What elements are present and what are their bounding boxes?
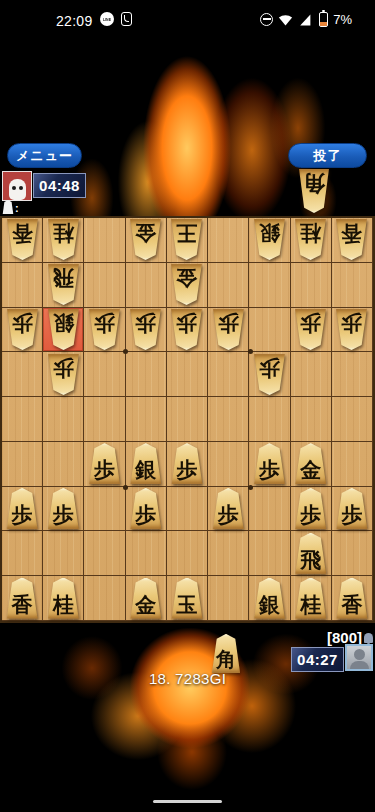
- board-cell[interactable]: [208, 397, 249, 442]
- person-icon: [354, 649, 365, 660]
- board-cell[interactable]: 歩: [2, 487, 43, 532]
- board-cell[interactable]: [84, 263, 125, 308]
- board-cell[interactable]: 歩: [249, 442, 290, 487]
- last-move-text: 18. 7283GI: [0, 670, 375, 687]
- gote-piece[interactable]: 香: [334, 219, 369, 260]
- gote-hand-piece-bishop[interactable]: 角: [297, 169, 331, 213]
- sente-clock: 04:27: [291, 647, 344, 672]
- board-cell[interactable]: [43, 397, 84, 442]
- board-cell[interactable]: [126, 531, 167, 576]
- gote-piece[interactable]: 歩: [5, 309, 40, 350]
- board-cell[interactable]: [2, 263, 43, 308]
- notification-bell-icon: [364, 633, 373, 643]
- sente-piece[interactable]: 歩: [46, 488, 81, 529]
- board-cell[interactable]: [84, 218, 125, 263]
- board-cell[interactable]: [249, 308, 290, 353]
- board-cell[interactable]: 王: [167, 218, 208, 263]
- board-cell[interactable]: 歩: [43, 487, 84, 532]
- board-cell[interactable]: 桂: [43, 218, 84, 263]
- board-cell[interactable]: [208, 263, 249, 308]
- board-cell[interactable]: [208, 576, 249, 621]
- board-cell[interactable]: [249, 487, 290, 532]
- board-cell[interactable]: 歩: [167, 308, 208, 353]
- board-cell[interactable]: 歩: [43, 352, 84, 397]
- board-cell[interactable]: 飛: [291, 531, 332, 576]
- board-cell[interactable]: 銀: [249, 218, 290, 263]
- gote-piece[interactable]: 歩: [252, 354, 287, 395]
- gote-piece[interactable]: 歩: [128, 309, 163, 350]
- sente-piece[interactable]: 玉: [169, 578, 204, 619]
- board-cell[interactable]: 香: [332, 218, 373, 263]
- star-point: [123, 349, 128, 354]
- board-cell[interactable]: [208, 218, 249, 263]
- board-cell[interactable]: 金: [167, 263, 208, 308]
- gote-piece[interactable]: 桂: [293, 219, 328, 260]
- board-cell[interactable]: [332, 397, 373, 442]
- star-point: [248, 349, 253, 354]
- sente-piece[interactable]: 金: [128, 578, 163, 619]
- gote-piece[interactable]: 銀: [46, 309, 81, 350]
- gote-piece[interactable]: 歩: [293, 309, 328, 350]
- board-cell[interactable]: 歩: [291, 308, 332, 353]
- board-cell[interactable]: [126, 397, 167, 442]
- gote-piece[interactable]: 金: [128, 219, 163, 260]
- gote-clock: 04:48: [33, 173, 86, 198]
- board-cell[interactable]: [2, 442, 43, 487]
- board-cell[interactable]: 歩: [126, 308, 167, 353]
- star-point: [123, 485, 128, 490]
- board-cell[interactable]: [2, 397, 43, 442]
- sente-piece[interactable]: 香: [5, 578, 40, 619]
- sente-piece[interactable]: 歩: [211, 488, 246, 529]
- board-cell[interactable]: 歩: [126, 487, 167, 532]
- battery-icon: [319, 12, 328, 27]
- board-cell[interactable]: [291, 397, 332, 442]
- board-cell[interactable]: 歩: [84, 442, 125, 487]
- gote-piece[interactable]: 王: [169, 219, 204, 260]
- board-cell[interactable]: [84, 397, 125, 442]
- board-cell[interactable]: 銀: [43, 308, 84, 353]
- gote-piece[interactable]: 歩: [169, 309, 204, 350]
- board-cell[interactable]: 金: [126, 218, 167, 263]
- board-cell[interactable]: [84, 487, 125, 532]
- board-cell[interactable]: [249, 263, 290, 308]
- sente-piece[interactable]: 歩: [128, 488, 163, 529]
- board-cell[interactable]: [84, 352, 125, 397]
- board-cell[interactable]: 歩: [332, 487, 373, 532]
- sente-hand-piece-bishop[interactable]: 角: [210, 634, 242, 673]
- board-cell[interactable]: [167, 352, 208, 397]
- board-cell[interactable]: [291, 352, 332, 397]
- board-cell[interactable]: 銀: [249, 576, 290, 621]
- gote-piece[interactable]: 飛: [46, 264, 81, 305]
- gote-piece[interactable]: 歩: [87, 309, 122, 350]
- battery-percent: 7%: [333, 12, 352, 27]
- board-cell[interactable]: 歩: [332, 308, 373, 353]
- board-cell[interactable]: [249, 397, 290, 442]
- sente-piece[interactable]: 香: [334, 578, 369, 619]
- board-cell[interactable]: 銀: [126, 442, 167, 487]
- board-cell[interactable]: [167, 531, 208, 576]
- gote-piece[interactable]: 歩: [46, 354, 81, 395]
- board-cell[interactable]: [208, 531, 249, 576]
- piece-icon: [2, 200, 14, 214]
- sente-piece[interactable]: 歩: [87, 443, 122, 484]
- board-cell[interactable]: 玉: [167, 576, 208, 621]
- board-cell[interactable]: 香: [2, 576, 43, 621]
- sente-piece[interactable]: 歩: [252, 443, 287, 484]
- gote-piece[interactable]: 歩: [211, 309, 246, 350]
- board-cell[interactable]: [332, 352, 373, 397]
- app-screen: 22:09 LINE 7% メニュー 投了 04:48 : 角 香桂金王銀桂香飛…: [0, 0, 375, 812]
- board-cell[interactable]: [167, 397, 208, 442]
- sente-avatar[interactable]: [345, 644, 373, 671]
- board-cell[interactable]: [249, 531, 290, 576]
- board-cell[interactable]: 香: [2, 218, 43, 263]
- star-point: [248, 485, 253, 490]
- sente-piece[interactable]: 桂: [293, 578, 328, 619]
- board-cell[interactable]: 飛: [43, 263, 84, 308]
- board-cell[interactable]: [332, 263, 373, 308]
- board-cell[interactable]: 桂: [291, 218, 332, 263]
- menu-button[interactable]: メニュー: [7, 143, 82, 168]
- board-cell[interactable]: [84, 576, 125, 621]
- board-cell[interactable]: [167, 487, 208, 532]
- sente-piece[interactable]: 飛: [293, 533, 328, 574]
- robot-face-icon: [9, 179, 26, 200]
- gote-piece[interactable]: 桂: [46, 219, 81, 260]
- sente-piece[interactable]: 歩: [169, 443, 204, 484]
- do-not-disturb-icon: [260, 13, 273, 26]
- board-cell[interactable]: [126, 352, 167, 397]
- board-cell[interactable]: [2, 352, 43, 397]
- board-cell[interactable]: [126, 263, 167, 308]
- gote-hand-label: :: [2, 200, 19, 214]
- board-cell[interactable]: 歩: [208, 308, 249, 353]
- gote-piece[interactable]: 歩: [334, 309, 369, 350]
- home-indicator[interactable]: [153, 800, 222, 803]
- sente-piece[interactable]: 桂: [46, 578, 81, 619]
- gote-piece[interactable]: 銀: [252, 219, 287, 260]
- status-bar: 22:09 LINE 7%: [0, 0, 375, 34]
- board-cell[interactable]: 香: [332, 576, 373, 621]
- sente-piece[interactable]: 歩: [293, 488, 328, 529]
- resign-button[interactable]: 投了: [288, 143, 367, 168]
- board-cell[interactable]: [332, 442, 373, 487]
- board-cell[interactable]: 歩: [291, 487, 332, 532]
- board-cell[interactable]: 歩: [249, 352, 290, 397]
- sente-piece[interactable]: 歩: [334, 488, 369, 529]
- sente-piece[interactable]: 銀: [128, 443, 163, 484]
- board-cell[interactable]: 金: [126, 576, 167, 621]
- board-cell[interactable]: 金: [291, 442, 332, 487]
- cellular-signal-icon: [298, 14, 312, 26]
- board-cell[interactable]: 桂: [291, 576, 332, 621]
- board-cell[interactable]: [291, 263, 332, 308]
- board-cell[interactable]: 歩: [84, 308, 125, 353]
- board-cell[interactable]: [2, 531, 43, 576]
- board-cell[interactable]: [43, 442, 84, 487]
- board-cell[interactable]: [84, 531, 125, 576]
- board-cell[interactable]: 歩: [2, 308, 43, 353]
- status-time: 22:09: [56, 13, 93, 29]
- board-cell[interactable]: [208, 352, 249, 397]
- sente-piece[interactable]: 銀: [252, 578, 287, 619]
- notification-app-icon: [121, 12, 132, 26]
- line-app-icon: LINE: [100, 12, 114, 26]
- board-cell[interactable]: [332, 531, 373, 576]
- sente-piece[interactable]: 金: [293, 443, 328, 484]
- wifi-icon: [278, 14, 293, 26]
- board-cell[interactable]: 歩: [167, 442, 208, 487]
- sente-piece[interactable]: 歩: [5, 488, 40, 529]
- shogi-board: 香桂金王銀桂香飛金歩銀歩歩歩歩歩歩歩歩歩銀歩歩金歩歩歩歩歩歩飛香桂金玉銀桂香: [0, 216, 375, 623]
- gote-piece[interactable]: 金: [169, 264, 204, 305]
- board-cell[interactable]: [208, 442, 249, 487]
- gote-piece[interactable]: 香: [5, 219, 40, 260]
- board-cell[interactable]: 歩: [208, 487, 249, 532]
- board-cell[interactable]: [43, 531, 84, 576]
- gote-avatar[interactable]: [2, 171, 32, 201]
- board-cell[interactable]: 桂: [43, 576, 84, 621]
